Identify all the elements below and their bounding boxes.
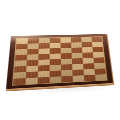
board-squares [12,36,108,85]
square-b2[interactable] [26,71,38,78]
square-h6[interactable] [92,47,103,53]
square-g7[interactable] [82,42,93,47]
square-d1[interactable] [50,76,62,83]
square-h8[interactable] [91,37,102,42]
square-c5[interactable] [38,54,49,60]
square-d6[interactable] [50,48,61,54]
square-b4[interactable] [27,60,39,66]
square-g1[interactable] [84,75,96,82]
square-c7[interactable] [39,43,50,49]
board-frame [6,34,113,89]
square-g3[interactable] [83,63,94,69]
square-h1[interactable] [95,74,107,80]
chessboard [6,34,113,89]
square-f2[interactable] [72,69,84,75]
square-g5[interactable] [82,52,93,58]
square-f1[interactable] [73,75,85,82]
square-c3[interactable] [38,65,50,71]
square-e1[interactable] [61,76,73,83]
square-b1[interactable] [26,78,38,85]
square-f4[interactable] [72,58,83,64]
product-photo-background [0,0,120,120]
square-c1[interactable] [38,77,50,84]
square-a1[interactable] [13,78,26,85]
square-d8[interactable] [50,38,61,43]
